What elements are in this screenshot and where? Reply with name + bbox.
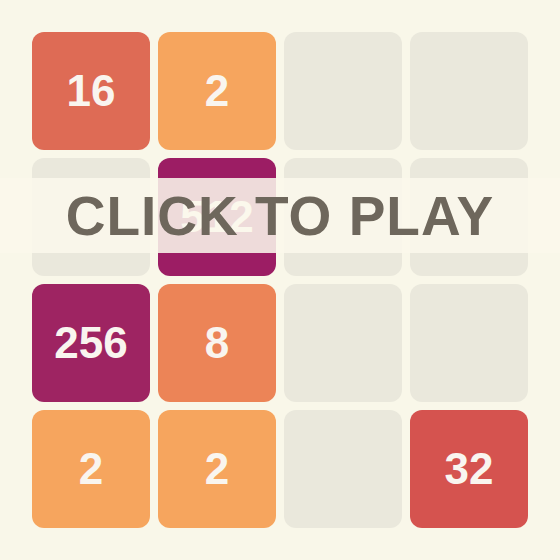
empty-cell	[410, 284, 528, 402]
click-to-play-overlay[interactable]: CLICK TO PLAY	[0, 178, 560, 253]
empty-cell	[284, 284, 402, 402]
tile-value: 2	[205, 69, 229, 113]
tile-2: 2	[32, 410, 150, 528]
empty-cell	[284, 32, 402, 150]
click-to-play-label: CLICK TO PLAY	[66, 184, 495, 248]
tile-value: 2	[79, 447, 103, 491]
tile-value: 16	[67, 69, 116, 113]
tile-2: 2	[158, 410, 276, 528]
tile-8: 8	[158, 284, 276, 402]
board-grid[interactable]: 16251225682232	[0, 0, 560, 560]
tile-256: 256	[32, 284, 150, 402]
empty-cell	[284, 410, 402, 528]
tile-value: 256	[54, 321, 127, 365]
game-2048-screen: 16251225682232 CLICK TO PLAY	[0, 0, 560, 560]
tile-value: 2	[205, 447, 229, 491]
tile-value: 32	[445, 447, 494, 491]
tile-16: 16	[32, 32, 150, 150]
tile-2: 2	[158, 32, 276, 150]
tile-32: 32	[410, 410, 528, 528]
tile-value: 8	[205, 321, 229, 365]
empty-cell	[410, 32, 528, 150]
